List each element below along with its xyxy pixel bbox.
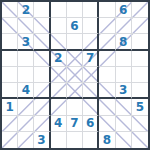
cell-r5c6[interactable] xyxy=(99,83,115,99)
cell-r4c5[interactable] xyxy=(83,67,99,83)
cell-r0c1[interactable]: 2 xyxy=(18,2,34,18)
cell-r0c4[interactable] xyxy=(67,2,83,18)
cell-r5c1[interactable]: 4 xyxy=(18,83,34,99)
cell-r7c4[interactable]: 7 xyxy=(67,116,83,132)
cell-r8c6[interactable]: 8 xyxy=(99,132,115,148)
cell-r2c4[interactable] xyxy=(67,34,83,50)
cell-r0c5[interactable] xyxy=(83,2,99,18)
cell-r5c4[interactable] xyxy=(67,83,83,99)
sudoku-grid: 2663827431547638 xyxy=(2,2,148,148)
cell-r2c7[interactable]: 8 xyxy=(116,34,132,50)
cell-r0c7[interactable]: 6 xyxy=(116,2,132,18)
cell-r1c2[interactable] xyxy=(34,18,50,34)
cell-r8c2[interactable]: 3 xyxy=(34,132,50,148)
cell-r2c3[interactable] xyxy=(51,34,67,50)
cell-r4c4[interactable] xyxy=(67,67,83,83)
cell-r4c8[interactable] xyxy=(132,67,148,83)
cell-r3c6[interactable] xyxy=(99,51,115,67)
cell-r4c0[interactable] xyxy=(2,67,18,83)
cell-r2c2[interactable] xyxy=(34,34,50,50)
cell-r3c7[interactable] xyxy=(116,51,132,67)
cell-r5c8[interactable] xyxy=(132,83,148,99)
cell-r1c8[interactable] xyxy=(132,18,148,34)
cell-r7c2[interactable] xyxy=(34,116,50,132)
cell-r1c0[interactable] xyxy=(2,18,18,34)
cell-r1c5[interactable] xyxy=(83,18,99,34)
cell-r6c6[interactable] xyxy=(99,99,115,115)
cell-r5c7[interactable]: 3 xyxy=(116,83,132,99)
cell-r4c2[interactable] xyxy=(34,67,50,83)
cell-r4c7[interactable] xyxy=(116,67,132,83)
cell-r6c5[interactable] xyxy=(83,99,99,115)
cell-r8c3[interactable] xyxy=(51,132,67,148)
cell-r2c5[interactable] xyxy=(83,34,99,50)
cell-r5c5[interactable] xyxy=(83,83,99,99)
cell-r3c5[interactable]: 7 xyxy=(83,51,99,67)
cell-r5c2[interactable] xyxy=(34,83,50,99)
cell-r0c0[interactable] xyxy=(2,2,18,18)
cell-r0c6[interactable] xyxy=(99,2,115,18)
cell-r8c5[interactable] xyxy=(83,132,99,148)
cell-r7c7[interactable] xyxy=(116,116,132,132)
cell-r2c1[interactable]: 3 xyxy=(18,34,34,50)
cell-r6c2[interactable] xyxy=(34,99,50,115)
cell-r3c2[interactable] xyxy=(34,51,50,67)
cell-r8c7[interactable] xyxy=(116,132,132,148)
cell-r6c4[interactable] xyxy=(67,99,83,115)
cell-r3c4[interactable] xyxy=(67,51,83,67)
cell-r3c0[interactable] xyxy=(2,51,18,67)
cell-r2c0[interactable] xyxy=(2,34,18,50)
cell-r7c5[interactable]: 6 xyxy=(83,116,99,132)
cell-r7c3[interactable]: 4 xyxy=(51,116,67,132)
cell-r6c1[interactable] xyxy=(18,99,34,115)
cell-r3c8[interactable] xyxy=(132,51,148,67)
cell-r4c1[interactable] xyxy=(18,67,34,83)
cell-r6c0[interactable]: 1 xyxy=(2,99,18,115)
cell-r3c3[interactable]: 2 xyxy=(51,51,67,67)
cell-r4c3[interactable] xyxy=(51,67,67,83)
sudoku-board: 2663827431547638 xyxy=(0,0,150,150)
cell-r1c4[interactable]: 6 xyxy=(67,18,83,34)
cell-r8c0[interactable] xyxy=(2,132,18,148)
cell-r3c1[interactable] xyxy=(18,51,34,67)
cell-r8c4[interactable] xyxy=(67,132,83,148)
cell-r7c6[interactable] xyxy=(99,116,115,132)
cell-r2c8[interactable] xyxy=(132,34,148,50)
cell-r4c6[interactable] xyxy=(99,67,115,83)
cell-r0c3[interactable] xyxy=(51,2,67,18)
cell-r5c0[interactable] xyxy=(2,83,18,99)
cell-r1c1[interactable] xyxy=(18,18,34,34)
cell-r0c2[interactable] xyxy=(34,2,50,18)
cell-r5c3[interactable] xyxy=(51,83,67,99)
cell-r0c8[interactable] xyxy=(132,2,148,18)
cell-r6c7[interactable] xyxy=(116,99,132,115)
cell-r1c7[interactable] xyxy=(116,18,132,34)
cell-r7c1[interactable] xyxy=(18,116,34,132)
cell-r7c8[interactable] xyxy=(132,116,148,132)
cell-r8c8[interactable] xyxy=(132,132,148,148)
cell-r2c6[interactable] xyxy=(99,34,115,50)
cell-r1c3[interactable] xyxy=(51,18,67,34)
cell-r6c3[interactable] xyxy=(51,99,67,115)
cell-r8c1[interactable] xyxy=(18,132,34,148)
cell-r6c8[interactable]: 5 xyxy=(132,99,148,115)
cell-r1c6[interactable] xyxy=(99,18,115,34)
cell-r7c0[interactable] xyxy=(2,116,18,132)
